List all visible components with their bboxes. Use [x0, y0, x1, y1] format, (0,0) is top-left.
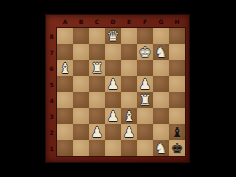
square-g6[interactable]: [153, 60, 169, 76]
square-g4[interactable]: [153, 92, 169, 108]
square-a7[interactable]: [57, 44, 73, 60]
square-c6[interactable]: ♜: [89, 60, 105, 76]
white-queen[interactable]: ♛: [107, 28, 120, 44]
black-king[interactable]: ♚: [171, 140, 184, 156]
square-b3[interactable]: [73, 108, 89, 124]
square-h6[interactable]: [169, 60, 185, 76]
square-f6[interactable]: [137, 60, 153, 76]
square-h5[interactable]: [169, 76, 185, 92]
rank-label-7: 7: [46, 44, 57, 60]
square-f2[interactable]: [137, 124, 153, 140]
square-a1[interactable]: [57, 140, 73, 156]
rank-label-5: 5: [46, 76, 57, 92]
square-g8[interactable]: [153, 28, 169, 44]
square-b2[interactable]: [73, 124, 89, 140]
square-c4[interactable]: [89, 92, 105, 108]
square-d8[interactable]: ♛: [105, 28, 121, 44]
file-label-a: A: [57, 15, 73, 28]
square-f5[interactable]: ♟: [137, 76, 153, 92]
chess-board-frame: ABCDEFGH 87654321 ♛♚♞♝♜♟♟♜♟♝♟♟♝♞♚: [45, 14, 190, 163]
file-label-h: H: [169, 15, 185, 28]
square-a3[interactable]: [57, 108, 73, 124]
square-h2[interactable]: ♝: [169, 124, 185, 140]
black-bishop[interactable]: ♝: [171, 124, 184, 140]
square-d5[interactable]: ♟: [105, 76, 121, 92]
white-king[interactable]: ♚: [139, 44, 152, 60]
white-bishop[interactable]: ♝: [123, 108, 136, 124]
square-d2[interactable]: [105, 124, 121, 140]
square-f3[interactable]: [137, 108, 153, 124]
square-g2[interactable]: [153, 124, 169, 140]
square-h4[interactable]: [169, 92, 185, 108]
square-c2[interactable]: ♟: [89, 124, 105, 140]
square-d6[interactable]: [105, 60, 121, 76]
square-c5[interactable]: [89, 76, 105, 92]
square-e1[interactable]: [121, 140, 137, 156]
square-d7[interactable]: [105, 44, 121, 60]
white-pawn[interactable]: ♟: [123, 124, 136, 140]
square-a6[interactable]: ♝: [57, 60, 73, 76]
rank-labels: 87654321: [46, 28, 57, 156]
square-a4[interactable]: [57, 92, 73, 108]
file-label-d: D: [105, 15, 121, 28]
square-a5[interactable]: [57, 76, 73, 92]
white-pawn[interactable]: ♟: [107, 108, 120, 124]
square-f4[interactable]: ♜: [137, 92, 153, 108]
square-g3[interactable]: [153, 108, 169, 124]
white-rook[interactable]: ♜: [139, 92, 152, 108]
rank-label-3: 3: [46, 108, 57, 124]
file-label-c: C: [89, 15, 105, 28]
square-g7[interactable]: ♞: [153, 44, 169, 60]
square-c3[interactable]: [89, 108, 105, 124]
white-pawn[interactable]: ♟: [139, 76, 152, 92]
square-d1[interactable]: [105, 140, 121, 156]
square-e2[interactable]: ♟: [121, 124, 137, 140]
square-b6[interactable]: [73, 60, 89, 76]
square-f8[interactable]: [137, 28, 153, 44]
file-label-b: B: [73, 15, 89, 28]
square-e4[interactable]: [121, 92, 137, 108]
square-b8[interactable]: [73, 28, 89, 44]
white-rook[interactable]: ♜: [91, 60, 104, 76]
rank-label-2: 2: [46, 124, 57, 140]
white-pawn[interactable]: ♟: [91, 124, 104, 140]
square-h8[interactable]: [169, 28, 185, 44]
white-pawn[interactable]: ♟: [107, 76, 120, 92]
square-c1[interactable]: [89, 140, 105, 156]
rank-label-8: 8: [46, 28, 57, 44]
video-letterbox-background: ABCDEFGH 87654321 ♛♚♞♝♜♟♟♜♟♝♟♟♝♞♚: [0, 0, 236, 177]
file-label-g: G: [153, 15, 169, 28]
square-e5[interactable]: [121, 76, 137, 92]
square-h7[interactable]: [169, 44, 185, 60]
square-h3[interactable]: [169, 108, 185, 124]
square-b7[interactable]: [73, 44, 89, 60]
square-g1[interactable]: ♞: [153, 140, 169, 156]
square-e3[interactable]: ♝: [121, 108, 137, 124]
white-knight[interactable]: ♞: [155, 140, 168, 156]
square-c8[interactable]: [89, 28, 105, 44]
board: ♛♚♞♝♜♟♟♜♟♝♟♟♝♞♚: [57, 28, 185, 156]
square-e6[interactable]: [121, 60, 137, 76]
file-label-f: F: [137, 15, 153, 28]
square-d3[interactable]: ♟: [105, 108, 121, 124]
square-h1[interactable]: ♚: [169, 140, 185, 156]
rank-label-4: 4: [46, 92, 57, 108]
square-c7[interactable]: [89, 44, 105, 60]
square-f1[interactable]: [137, 140, 153, 156]
square-e8[interactable]: [121, 28, 137, 44]
rank-label-6: 6: [46, 60, 57, 76]
file-labels: ABCDEFGH: [57, 15, 185, 28]
square-b5[interactable]: [73, 76, 89, 92]
square-d4[interactable]: [105, 92, 121, 108]
square-a2[interactable]: [57, 124, 73, 140]
square-f7[interactable]: ♚: [137, 44, 153, 60]
square-e7[interactable]: [121, 44, 137, 60]
square-b1[interactable]: [73, 140, 89, 156]
square-g5[interactable]: [153, 76, 169, 92]
rank-label-1: 1: [46, 140, 57, 156]
square-b4[interactable]: [73, 92, 89, 108]
white-knight[interactable]: ♞: [155, 44, 168, 60]
square-a8[interactable]: [57, 28, 73, 44]
file-label-e: E: [121, 15, 137, 28]
white-bishop[interactable]: ♝: [59, 60, 72, 76]
